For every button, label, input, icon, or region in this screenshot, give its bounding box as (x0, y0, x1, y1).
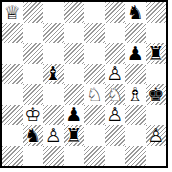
square-d7[interactable] (64, 23, 85, 44)
square-b3[interactable]: ♚♔ (23, 105, 44, 126)
square-c5[interactable]: ♝ (43, 64, 64, 85)
square-b7[interactable] (23, 23, 44, 44)
piece-black-pawn-g6: ♟ (125, 43, 146, 64)
square-e4[interactable]: ♞♘ (84, 84, 105, 105)
piece-white-king-b3: ♚♔ (23, 105, 44, 126)
square-g3[interactable] (125, 105, 146, 126)
square-f5[interactable]: ♟♙ (105, 64, 126, 85)
square-g1[interactable] (125, 146, 146, 167)
square-f4[interactable]: ♞♘ (105, 84, 126, 105)
square-g4[interactable]: ♝♗ (125, 84, 146, 105)
square-g6[interactable]: ♟ (125, 43, 146, 64)
square-c3[interactable] (43, 105, 64, 126)
square-h8[interactable] (146, 2, 167, 23)
square-c2[interactable]: ♟♙ (43, 125, 64, 146)
square-h1[interactable] (146, 146, 167, 167)
square-b6[interactable] (23, 43, 44, 64)
piece-black-rook-h6: ♜ (146, 43, 167, 64)
square-g7[interactable] (125, 23, 146, 44)
chess-board: ♛♕♞♟♜♝♟♙♞♘♞♘♝♗♚♚♔♟♟♙♞♟♙♜♟♙ (2, 2, 166, 166)
square-e2[interactable] (84, 125, 105, 146)
square-d1[interactable] (64, 146, 85, 167)
square-d6[interactable] (64, 43, 85, 64)
piece-black-bishop-c5: ♝ (43, 64, 64, 85)
square-b1[interactable] (23, 146, 44, 167)
square-d3[interactable]: ♟ (64, 105, 85, 126)
square-h7[interactable] (146, 23, 167, 44)
square-g8[interactable]: ♞ (125, 2, 146, 23)
piece-black-pawn-d3: ♟ (64, 105, 85, 126)
square-h4[interactable]: ♚ (146, 84, 167, 105)
square-e8[interactable] (84, 2, 105, 23)
square-a7[interactable] (2, 23, 23, 44)
chess-board-frame: ♛♕♞♟♜♝♟♙♞♘♞♘♝♗♚♚♔♟♟♙♞♟♙♜♟♙ (0, 0, 168, 168)
square-c1[interactable] (43, 146, 64, 167)
square-c7[interactable] (43, 23, 64, 44)
square-f3[interactable]: ♟♙ (105, 105, 126, 126)
square-h2[interactable]: ♟♙ (146, 125, 167, 146)
square-a2[interactable] (2, 125, 23, 146)
square-d8[interactable] (64, 2, 85, 23)
square-e5[interactable] (84, 64, 105, 85)
piece-white-pawn-c2: ♟♙ (43, 125, 64, 146)
square-e1[interactable] (84, 146, 105, 167)
square-d4[interactable] (64, 84, 85, 105)
piece-white-bishop-g4: ♝♗ (125, 84, 146, 105)
square-d2[interactable]: ♜ (64, 125, 85, 146)
square-f8[interactable] (105, 2, 126, 23)
square-g5[interactable] (125, 64, 146, 85)
square-b5[interactable] (23, 64, 44, 85)
piece-black-rook-d2: ♜ (64, 125, 85, 146)
square-a3[interactable] (2, 105, 23, 126)
square-f2[interactable] (105, 125, 126, 146)
piece-black-king-h4: ♚ (146, 84, 167, 105)
square-b8[interactable] (23, 2, 44, 23)
square-a4[interactable] (2, 84, 23, 105)
square-h6[interactable]: ♜ (146, 43, 167, 64)
square-b2[interactable]: ♞ (23, 125, 44, 146)
square-a1[interactable] (2, 146, 23, 167)
piece-white-pawn-h2: ♟♙ (146, 125, 167, 146)
square-e6[interactable] (84, 43, 105, 64)
square-g2[interactable] (125, 125, 146, 146)
square-e7[interactable] (84, 23, 105, 44)
square-b4[interactable] (23, 84, 44, 105)
square-a8[interactable]: ♛♕ (2, 2, 23, 23)
square-f7[interactable] (105, 23, 126, 44)
square-e3[interactable] (84, 105, 105, 126)
piece-black-knight-b2: ♞ (23, 125, 44, 146)
square-c8[interactable] (43, 2, 64, 23)
piece-white-knight-e4: ♞♘ (84, 84, 105, 105)
piece-black-knight-g8: ♞ (125, 2, 146, 23)
piece-white-pawn-f3: ♟♙ (105, 105, 126, 126)
square-h3[interactable] (146, 105, 167, 126)
piece-white-queen-a8: ♛♕ (2, 2, 23, 23)
square-a5[interactable] (2, 64, 23, 85)
square-h5[interactable] (146, 64, 167, 85)
square-a6[interactable] (2, 43, 23, 64)
piece-white-pawn-f5: ♟♙ (105, 64, 126, 85)
square-f1[interactable] (105, 146, 126, 167)
square-c4[interactable] (43, 84, 64, 105)
square-f6[interactable] (105, 43, 126, 64)
piece-white-knight-f4: ♞♘ (105, 84, 126, 105)
square-d5[interactable] (64, 64, 85, 85)
square-c6[interactable] (43, 43, 64, 64)
